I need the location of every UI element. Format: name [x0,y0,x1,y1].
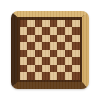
square-a8[interactable] [20,20,28,28]
square-b2[interactable] [27,65,35,73]
square-e5[interactable] [50,42,58,50]
square-g6[interactable] [65,35,73,43]
square-c2[interactable] [35,65,43,73]
square-a4[interactable] [20,50,28,58]
square-g3[interactable] [65,57,73,65]
square-b8[interactable] [27,20,35,28]
square-a3[interactable] [20,57,28,65]
square-d1[interactable] [42,72,50,80]
page-background [0,0,100,100]
square-c4[interactable] [35,50,43,58]
square-h4[interactable] [72,50,80,58]
square-e4[interactable] [50,50,58,58]
square-b6[interactable] [27,35,35,43]
square-h5[interactable] [72,42,80,50]
square-b3[interactable] [27,57,35,65]
square-g8[interactable] [65,20,73,28]
square-g7[interactable] [65,27,73,35]
square-g4[interactable] [65,50,73,58]
square-h3[interactable] [72,57,80,65]
square-g1[interactable] [65,72,73,80]
square-a1[interactable] [20,72,28,80]
square-e8[interactable] [50,20,58,28]
square-f3[interactable] [57,57,65,65]
square-c3[interactable] [35,57,43,65]
square-a6[interactable] [20,35,28,43]
square-a7[interactable] [20,27,28,35]
square-e7[interactable] [50,27,58,35]
square-c1[interactable] [35,72,43,80]
square-b7[interactable] [27,27,35,35]
square-g2[interactable] [65,65,73,73]
square-b1[interactable] [27,72,35,80]
square-c5[interactable] [35,42,43,50]
square-d2[interactable] [42,65,50,73]
square-e6[interactable] [50,35,58,43]
square-d4[interactable] [42,50,50,58]
square-h1[interactable] [72,72,80,80]
board-grid [20,20,80,80]
square-f7[interactable] [57,27,65,35]
square-d6[interactable] [42,35,50,43]
square-d5[interactable] [42,42,50,50]
square-e2[interactable] [50,65,58,73]
square-f1[interactable] [57,72,65,80]
square-h2[interactable] [72,65,80,73]
square-f2[interactable] [57,65,65,73]
square-g5[interactable] [65,42,73,50]
square-f5[interactable] [57,42,65,50]
square-d7[interactable] [42,27,50,35]
square-a5[interactable] [20,42,28,50]
square-f8[interactable] [57,20,65,28]
square-c8[interactable] [35,20,43,28]
square-h6[interactable] [72,35,80,43]
square-d3[interactable] [42,57,50,65]
square-a2[interactable] [20,65,28,73]
square-f4[interactable] [57,50,65,58]
square-d8[interactable] [42,20,50,28]
square-f6[interactable] [57,35,65,43]
square-h8[interactable] [72,20,80,28]
square-b4[interactable] [27,50,35,58]
square-c6[interactable] [35,35,43,43]
square-c7[interactable] [35,27,43,35]
square-b5[interactable] [27,42,35,50]
square-e1[interactable] [50,72,58,80]
square-e3[interactable] [50,57,58,65]
square-h7[interactable] [72,27,80,35]
checkers-board [11,11,89,89]
